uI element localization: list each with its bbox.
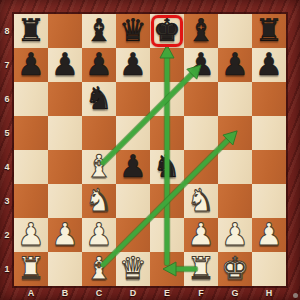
- square-e5[interactable]: [150, 116, 184, 150]
- square-c4[interactable]: ♝: [82, 150, 116, 184]
- square-e6[interactable]: [150, 82, 184, 116]
- black-queen-d8[interactable]: ♛: [119, 13, 147, 47]
- white-pawn-f2[interactable]: ♟: [187, 217, 215, 251]
- file-label-C: C: [82, 286, 116, 300]
- square-g8[interactable]: [218, 14, 252, 48]
- white-pawn-a2[interactable]: ♟: [17, 217, 45, 251]
- square-b6[interactable]: [48, 82, 82, 116]
- square-d5[interactable]: [116, 116, 150, 150]
- square-h5[interactable]: [252, 116, 286, 150]
- rank-label-6: 6: [0, 82, 14, 116]
- white-pawn-h2[interactable]: ♟: [255, 217, 283, 251]
- rank-label-1: 1: [0, 252, 14, 286]
- square-b4[interactable]: [48, 150, 82, 184]
- white-knight-f3[interactable]: ♞: [187, 183, 215, 217]
- white-bishop-c4[interactable]: ♝: [85, 149, 113, 183]
- file-label-E: E: [150, 286, 184, 300]
- white-rook-f1[interactable]: ♜: [187, 251, 215, 285]
- black-pawn-f7[interactable]: ♟: [187, 47, 215, 81]
- square-f7[interactable]: ♟: [184, 48, 218, 82]
- black-pawn-d7[interactable]: ♟: [119, 47, 147, 81]
- square-c1[interactable]: ♝: [82, 252, 116, 286]
- black-rook-a8[interactable]: ♜: [17, 13, 45, 47]
- square-d7[interactable]: ♟: [116, 48, 150, 82]
- black-pawn-d4[interactable]: ♟: [119, 149, 147, 183]
- square-c8[interactable]: ♝: [82, 14, 116, 48]
- square-d2[interactable]: [116, 218, 150, 252]
- square-b5[interactable]: [48, 116, 82, 150]
- square-h8[interactable]: ♜: [252, 14, 286, 48]
- square-f2[interactable]: ♟: [184, 218, 218, 252]
- chess-board-frame: ♜♝♛♚♝♜♟♟♟♟♟♟♟♞♝♟♞♞♞♟♟♟♟♟♟♜♝♛♜♚ 87654321 …: [0, 0, 300, 300]
- white-pawn-g2[interactable]: ♟: [221, 217, 249, 251]
- square-a1[interactable]: ♜: [14, 252, 48, 286]
- square-e4[interactable]: ♞: [150, 150, 184, 184]
- square-c3[interactable]: ♞: [82, 184, 116, 218]
- highlight-e8: [151, 15, 183, 47]
- square-e2[interactable]: [150, 218, 184, 252]
- black-bishop-f8[interactable]: ♝: [187, 13, 215, 47]
- square-c7[interactable]: ♟: [82, 48, 116, 82]
- square-g2[interactable]: ♟: [218, 218, 252, 252]
- file-label-B: B: [48, 286, 82, 300]
- square-a7[interactable]: ♟: [14, 48, 48, 82]
- square-h4[interactable]: [252, 150, 286, 184]
- black-pawn-b7[interactable]: ♟: [51, 47, 79, 81]
- square-a6[interactable]: [14, 82, 48, 116]
- square-c6[interactable]: ♞: [82, 82, 116, 116]
- square-f8[interactable]: ♝: [184, 14, 218, 48]
- square-h2[interactable]: ♟: [252, 218, 286, 252]
- file-label-D: D: [116, 286, 150, 300]
- square-g7[interactable]: ♟: [218, 48, 252, 82]
- square-h7[interactable]: ♟: [252, 48, 286, 82]
- square-g1[interactable]: ♚: [218, 252, 252, 286]
- square-d3[interactable]: [116, 184, 150, 218]
- black-pawn-h7[interactable]: ♟: [255, 47, 283, 81]
- black-pawn-g7[interactable]: ♟: [221, 47, 249, 81]
- file-label-A: A: [14, 286, 48, 300]
- black-pawn-a7[interactable]: ♟: [17, 47, 45, 81]
- square-g3[interactable]: [218, 184, 252, 218]
- rank-label-8: 8: [0, 14, 14, 48]
- square-c5[interactable]: [82, 116, 116, 150]
- square-f6[interactable]: [184, 82, 218, 116]
- board: ♜♝♛♚♝♜♟♟♟♟♟♟♟♞♝♟♞♞♞♟♟♟♟♟♟♜♝♛♜♚: [14, 14, 286, 286]
- rank-label-3: 3: [0, 184, 14, 218]
- square-a4[interactable]: [14, 150, 48, 184]
- square-e3[interactable]: [150, 184, 184, 218]
- black-bishop-c8[interactable]: ♝: [85, 13, 113, 47]
- black-knight-e4[interactable]: ♞: [153, 149, 181, 183]
- square-d1[interactable]: ♛: [116, 252, 150, 286]
- square-g4[interactable]: [218, 150, 252, 184]
- white-bishop-c1[interactable]: ♝: [85, 251, 113, 285]
- black-knight-c6[interactable]: ♞: [85, 81, 113, 115]
- rank-label-5: 5: [0, 116, 14, 150]
- white-pawn-b2[interactable]: ♟: [51, 217, 79, 251]
- black-rook-h8[interactable]: ♜: [255, 13, 283, 47]
- square-h1[interactable]: [252, 252, 286, 286]
- square-f1[interactable]: ♜: [184, 252, 218, 286]
- square-c2[interactable]: ♟: [82, 218, 116, 252]
- corner-dot: [293, 293, 298, 298]
- square-f3[interactable]: ♞: [184, 184, 218, 218]
- white-queen-d1[interactable]: ♛: [119, 251, 147, 285]
- square-a2[interactable]: ♟: [14, 218, 48, 252]
- square-h6[interactable]: [252, 82, 286, 116]
- white-knight-c3[interactable]: ♞: [85, 183, 113, 217]
- square-b8[interactable]: [48, 14, 82, 48]
- square-h3[interactable]: [252, 184, 286, 218]
- square-b2[interactable]: ♟: [48, 218, 82, 252]
- square-f4[interactable]: [184, 150, 218, 184]
- black-pawn-c7[interactable]: ♟: [85, 47, 113, 81]
- square-a3[interactable]: [14, 184, 48, 218]
- rank-label-7: 7: [0, 48, 14, 82]
- square-a5[interactable]: [14, 116, 48, 150]
- white-rook-a1[interactable]: ♜: [17, 251, 45, 285]
- file-label-H: H: [252, 286, 286, 300]
- rank-label-4: 4: [0, 150, 14, 184]
- file-label-G: G: [218, 286, 252, 300]
- square-d8[interactable]: ♛: [116, 14, 150, 48]
- square-a8[interactable]: ♜: [14, 14, 48, 48]
- square-d6[interactable]: [116, 82, 150, 116]
- square-b3[interactable]: [48, 184, 82, 218]
- square-g6[interactable]: [218, 82, 252, 116]
- square-d4[interactable]: ♟: [116, 150, 150, 184]
- white-pawn-c2[interactable]: ♟: [85, 217, 113, 251]
- square-f5[interactable]: [184, 116, 218, 150]
- white-king-g1[interactable]: ♚: [221, 251, 249, 285]
- square-e1[interactable]: [150, 252, 184, 286]
- square-g5[interactable]: [218, 116, 252, 150]
- rank-label-2: 2: [0, 218, 14, 252]
- square-e7[interactable]: [150, 48, 184, 82]
- file-label-F: F: [184, 286, 218, 300]
- square-b1[interactable]: [48, 252, 82, 286]
- square-b7[interactable]: ♟: [48, 48, 82, 82]
